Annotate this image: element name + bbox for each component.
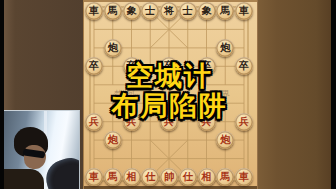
streamer-shoulder: [0, 169, 44, 189]
piece-仕-red[interactable]: 仕: [179, 168, 197, 186]
piece-将-black[interactable]: 将: [160, 2, 178, 20]
piece-馬-red[interactable]: 馬: [104, 168, 122, 186]
piece-象-black[interactable]: 象: [123, 2, 141, 20]
piece-馬-black[interactable]: 馬: [104, 2, 122, 20]
river-label-left: 楚河: [114, 88, 138, 101]
video-frame: 楚河 汉界 車馬象士将士象馬車炮炮卒卒卒卒卒兵兵兵兵兵炮炮車馬相仕帥仕相馬車 空…: [0, 0, 336, 189]
piece-兵-red[interactable]: 兵: [235, 113, 253, 131]
webcam-overlay: [0, 110, 80, 189]
piece-士-black[interactable]: 士: [179, 2, 197, 20]
piece-兵-red[interactable]: 兵: [123, 113, 141, 131]
river-label-right: 汉界: [209, 88, 233, 101]
piece-兵-red[interactable]: 兵: [160, 113, 178, 131]
microphone: [41, 154, 80, 189]
piece-帥-red[interactable]: 帥: [160, 168, 178, 186]
piece-兵-red[interactable]: 兵: [198, 113, 216, 131]
letterbox-right: [331, 0, 336, 189]
piece-車-black[interactable]: 車: [85, 2, 103, 20]
piece-車-red[interactable]: 車: [235, 168, 253, 186]
piece-炮-black[interactable]: 炮: [104, 39, 122, 57]
background-right: [256, 0, 331, 189]
piece-相-red[interactable]: 相: [123, 168, 141, 186]
piece-炮-red[interactable]: 炮: [104, 131, 122, 149]
piece-卒-black[interactable]: 卒: [123, 57, 141, 75]
piece-相-red[interactable]: 相: [198, 168, 216, 186]
piece-象-black[interactable]: 象: [198, 2, 216, 20]
piece-車-red[interactable]: 車: [85, 168, 103, 186]
xiangqi-board[interactable]: 楚河 汉界 車馬象士将士象馬車炮炮卒卒卒卒卒兵兵兵兵兵炮炮車馬相仕帥仕相馬車: [83, 0, 258, 189]
piece-車-black[interactable]: 車: [235, 2, 253, 20]
piece-兵-red[interactable]: 兵: [85, 113, 103, 131]
letterbox-left: [0, 0, 4, 189]
piece-卒-black[interactable]: 卒: [198, 57, 216, 75]
